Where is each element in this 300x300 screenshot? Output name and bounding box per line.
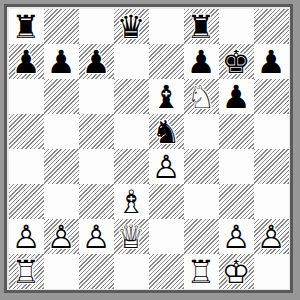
square-c2[interactable]: ♟♙: [79, 219, 114, 254]
chess-board: ♜♜♛♛♜♜♟♟♟♟♟♟♟♟♚♚♟♟♝♝♞♘♟♟♞♞♟♙♝♗♟♙♟♙♟♙♛♕♟♙…: [9, 9, 289, 289]
square-b3[interactable]: [44, 184, 79, 219]
piece-white-P-e4[interactable]: ♟♙: [149, 149, 184, 184]
square-a7[interactable]: ♟♟: [9, 44, 44, 79]
square-g2[interactable]: ♟♙: [219, 219, 254, 254]
square-a6[interactable]: [9, 79, 44, 114]
square-d7[interactable]: [114, 44, 149, 79]
square-b2[interactable]: ♟♙: [44, 219, 79, 254]
square-g5[interactable]: [219, 114, 254, 149]
piece-white-N-f6[interactable]: ♞♘: [184, 79, 219, 114]
square-b7[interactable]: ♟♟: [44, 44, 79, 79]
square-h5[interactable]: [254, 114, 289, 149]
square-a4[interactable]: [9, 149, 44, 184]
square-f7[interactable]: ♟♟: [184, 44, 219, 79]
square-a5[interactable]: [9, 114, 44, 149]
square-d4[interactable]: [114, 149, 149, 184]
square-g3[interactable]: [219, 184, 254, 219]
square-d2[interactable]: ♛♕: [114, 219, 149, 254]
board-frame: ♜♜♛♛♜♜♟♟♟♟♟♟♟♟♚♚♟♟♝♝♞♘♟♟♞♞♟♙♝♗♟♙♟♙♟♙♛♕♟♙…: [0, 0, 300, 300]
square-h3[interactable]: [254, 184, 289, 219]
square-e6[interactable]: ♝♝: [149, 79, 184, 114]
square-f4[interactable]: [184, 149, 219, 184]
square-d5[interactable]: [114, 114, 149, 149]
square-e2[interactable]: [149, 219, 184, 254]
square-c5[interactable]: [79, 114, 114, 149]
square-f2[interactable]: [184, 219, 219, 254]
square-h7[interactable]: ♟♟: [254, 44, 289, 79]
square-c7[interactable]: ♟♟: [79, 44, 114, 79]
piece-black-K-g7[interactable]: ♚♚: [219, 44, 254, 79]
square-b1[interactable]: [44, 254, 79, 289]
square-g4[interactable]: [219, 149, 254, 184]
square-c4[interactable]: [79, 149, 114, 184]
square-f8[interactable]: ♜♜: [184, 9, 219, 44]
square-b6[interactable]: [44, 79, 79, 114]
square-c6[interactable]: [79, 79, 114, 114]
square-e3[interactable]: [149, 184, 184, 219]
square-e5[interactable]: ♞♞: [149, 114, 184, 149]
square-f5[interactable]: [184, 114, 219, 149]
square-b5[interactable]: [44, 114, 79, 149]
square-g7[interactable]: ♚♚: [219, 44, 254, 79]
square-g6[interactable]: ♟♟: [219, 79, 254, 114]
square-h6[interactable]: [254, 79, 289, 114]
square-d1[interactable]: [114, 254, 149, 289]
square-h4[interactable]: [254, 149, 289, 184]
square-d6[interactable]: [114, 79, 149, 114]
piece-white-Q-d2[interactable]: ♛♕: [114, 219, 149, 254]
square-f1[interactable]: ♜♖: [184, 254, 219, 289]
piece-black-R-f8[interactable]: ♜♜: [184, 9, 219, 44]
piece-white-P-b2[interactable]: ♟♙: [44, 219, 79, 254]
square-e1[interactable]: [149, 254, 184, 289]
square-d3[interactable]: ♝♗: [114, 184, 149, 219]
square-e7[interactable]: [149, 44, 184, 79]
piece-black-P-a7[interactable]: ♟♟: [9, 44, 44, 79]
piece-black-P-c7[interactable]: ♟♟: [79, 44, 114, 79]
piece-black-P-f7[interactable]: ♟♟: [184, 44, 219, 79]
square-f6[interactable]: ♞♘: [184, 79, 219, 114]
square-e8[interactable]: [149, 9, 184, 44]
piece-black-N-e5[interactable]: ♞♞: [149, 114, 184, 149]
piece-white-R-f1[interactable]: ♜♖: [184, 254, 219, 289]
board-bevel: ♜♜♛♛♜♜♟♟♟♟♟♟♟♟♚♚♟♟♝♝♞♘♟♟♞♞♟♙♝♗♟♙♟♙♟♙♛♕♟♙…: [4, 4, 293, 293]
piece-black-P-h7[interactable]: ♟♟: [254, 44, 289, 79]
square-f3[interactable]: [184, 184, 219, 219]
piece-white-P-g2[interactable]: ♟♙: [219, 219, 254, 254]
piece-black-B-e6[interactable]: ♝♝: [149, 79, 184, 114]
square-b8[interactable]: [44, 9, 79, 44]
piece-black-R-a8[interactable]: ♜♜: [9, 9, 44, 44]
square-e4[interactable]: ♟♙: [149, 149, 184, 184]
square-c1[interactable]: [79, 254, 114, 289]
piece-white-P-h2[interactable]: ♟♙: [254, 219, 289, 254]
square-c3[interactable]: [79, 184, 114, 219]
square-g1[interactable]: ♚♔: [219, 254, 254, 289]
square-h8[interactable]: [254, 9, 289, 44]
piece-black-P-b7[interactable]: ♟♟: [44, 44, 79, 79]
piece-black-P-g6[interactable]: ♟♟: [219, 79, 254, 114]
square-a1[interactable]: ♜♖: [9, 254, 44, 289]
piece-black-Q-d8[interactable]: ♛♛: [114, 9, 149, 44]
square-a8[interactable]: ♜♜: [9, 9, 44, 44]
square-h2[interactable]: ♟♙: [254, 219, 289, 254]
piece-white-K-g1[interactable]: ♚♔: [219, 254, 254, 289]
square-a3[interactable]: [9, 184, 44, 219]
piece-white-P-a2[interactable]: ♟♙: [9, 219, 44, 254]
square-c8[interactable]: [79, 9, 114, 44]
piece-white-P-c2[interactable]: ♟♙: [79, 219, 114, 254]
piece-white-R-a1[interactable]: ♜♖: [9, 254, 44, 289]
square-a2[interactable]: ♟♙: [9, 219, 44, 254]
square-h1[interactable]: [254, 254, 289, 289]
square-d8[interactable]: ♛♛: [114, 9, 149, 44]
square-b4[interactable]: [44, 149, 79, 184]
square-g8[interactable]: [219, 9, 254, 44]
piece-white-B-d3[interactable]: ♝♗: [114, 184, 149, 219]
